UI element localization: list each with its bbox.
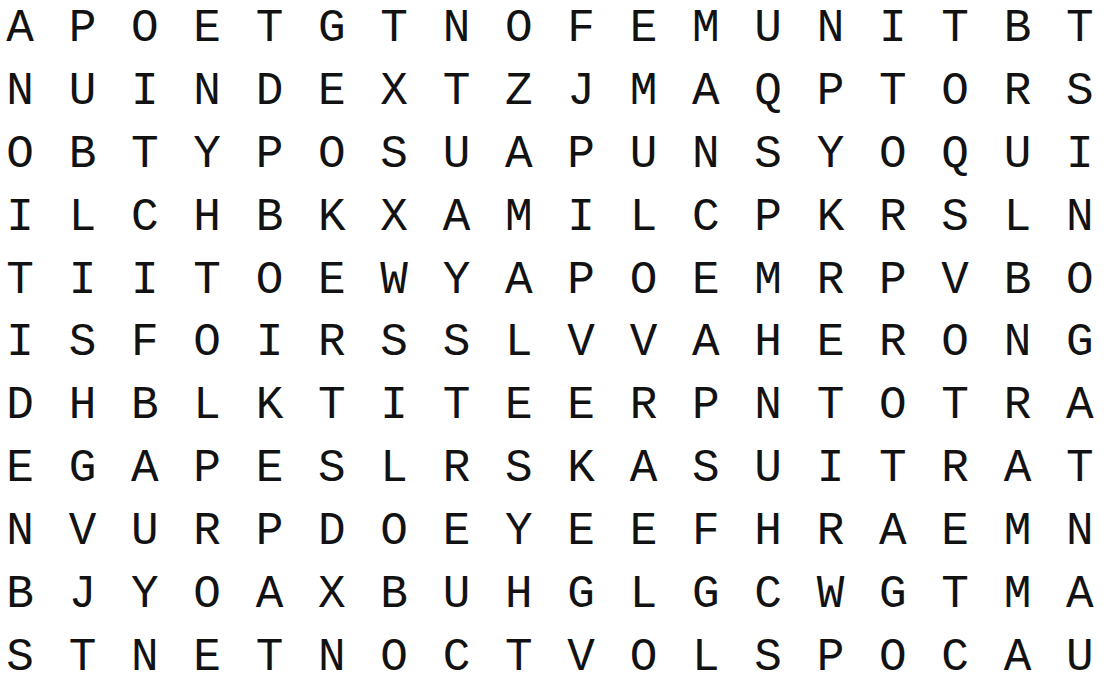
letter-cell[interactable]: P: [550, 249, 612, 312]
letter-cell[interactable]: O: [301, 124, 363, 187]
letter-cell[interactable]: C: [114, 186, 176, 249]
letter-cell[interactable]: N: [737, 375, 799, 438]
letter-cell[interactable]: C: [675, 186, 737, 249]
letter-cell[interactable]: U: [425, 563, 487, 626]
letter-cell[interactable]: M: [612, 61, 674, 124]
letter-cell[interactable]: O: [924, 61, 986, 124]
letter-cell[interactable]: M: [986, 563, 1048, 626]
letter-cell[interactable]: O: [924, 312, 986, 375]
letter-cell[interactable]: O: [176, 312, 238, 375]
letter-cell[interactable]: B: [0, 563, 51, 626]
letter-cell[interactable]: T: [862, 438, 924, 501]
letter-cell[interactable]: N: [0, 61, 51, 124]
letter-cell[interactable]: E: [550, 375, 612, 438]
letter-cell[interactable]: Q: [924, 124, 986, 187]
letter-cell[interactable]: U: [425, 124, 487, 187]
letter-cell[interactable]: I: [862, 0, 924, 61]
letter-cell[interactable]: P: [51, 0, 113, 61]
letter-cell[interactable]: R: [612, 375, 674, 438]
letter-cell[interactable]: R: [862, 186, 924, 249]
letter-cell[interactable]: E: [301, 249, 363, 312]
letter-cell[interactable]: M: [737, 249, 799, 312]
letter-cell[interactable]: A: [1049, 563, 1111, 626]
letter-cell[interactable]: D: [238, 61, 300, 124]
letter-cell[interactable]: L: [986, 186, 1048, 249]
letter-cell[interactable]: U: [737, 0, 799, 61]
letter-cell[interactable]: P: [176, 438, 238, 501]
letter-cell[interactable]: C: [425, 626, 487, 687]
letter-cell[interactable]: N: [0, 501, 51, 564]
letter-cell[interactable]: T: [301, 375, 363, 438]
letter-cell[interactable]: O: [176, 563, 238, 626]
letter-cell[interactable]: N: [1049, 186, 1111, 249]
letter-cell[interactable]: J: [51, 563, 113, 626]
letter-cell[interactable]: B: [51, 124, 113, 187]
letter-cell[interactable]: N: [176, 61, 238, 124]
word-search-grid: APOETGTNOFEMUNITBTNUINDEXTZJMAQPTORSOBTY…: [0, 0, 1111, 687]
letter-cell[interactable]: S: [363, 312, 425, 375]
letter-cell[interactable]: I: [0, 312, 51, 375]
letter-cell[interactable]: R: [799, 501, 861, 564]
letter-cell[interactable]: G: [301, 0, 363, 61]
letter-cell[interactable]: T: [924, 375, 986, 438]
letter-cell[interactable]: P: [737, 186, 799, 249]
letter-cell[interactable]: O: [862, 375, 924, 438]
letter-cell[interactable]: I: [114, 61, 176, 124]
letter-cell[interactable]: O: [862, 124, 924, 187]
letter-cell[interactable]: Q: [737, 61, 799, 124]
letter-cell[interactable]: S: [363, 124, 425, 187]
letter-cell[interactable]: G: [1049, 312, 1111, 375]
letter-cell[interactable]: A: [0, 0, 51, 61]
letter-cell[interactable]: K: [238, 375, 300, 438]
letter-cell[interactable]: N: [1049, 501, 1111, 564]
letter-cell[interactable]: E: [425, 501, 487, 564]
letter-cell[interactable]: J: [550, 61, 612, 124]
letter-cell[interactable]: E: [612, 0, 674, 61]
letter-cell[interactable]: V: [550, 626, 612, 687]
letter-cell[interactable]: H: [51, 375, 113, 438]
letter-cell[interactable]: R: [986, 61, 1048, 124]
letter-cell[interactable]: T: [51, 626, 113, 687]
letter-cell[interactable]: K: [301, 186, 363, 249]
letter-cell[interactable]: I: [363, 375, 425, 438]
letter-cell[interactable]: D: [301, 501, 363, 564]
letter-cell[interactable]: B: [986, 0, 1048, 61]
letter-cell[interactable]: Y: [114, 563, 176, 626]
letter-cell[interactable]: S: [675, 438, 737, 501]
letter-cell[interactable]: G: [675, 563, 737, 626]
letter-cell[interactable]: T: [799, 375, 861, 438]
letter-cell[interactable]: T: [862, 61, 924, 124]
letter-cell[interactable]: F: [550, 0, 612, 61]
letter-cell[interactable]: E: [799, 312, 861, 375]
letter-cell[interactable]: R: [986, 375, 1048, 438]
letter-cell[interactable]: B: [986, 249, 1048, 312]
letter-cell[interactable]: Y: [425, 249, 487, 312]
letter-cell[interactable]: T: [238, 626, 300, 687]
letter-cell[interactable]: B: [363, 563, 425, 626]
letter-cell[interactable]: A: [425, 186, 487, 249]
letter-cell[interactable]: T: [488, 626, 550, 687]
letter-cell[interactable]: I: [1049, 124, 1111, 187]
letter-cell[interactable]: S: [51, 312, 113, 375]
letter-cell[interactable]: L: [612, 563, 674, 626]
letter-cell[interactable]: F: [675, 501, 737, 564]
letter-cell[interactable]: H: [488, 563, 550, 626]
letter-cell[interactable]: E: [176, 0, 238, 61]
letter-cell[interactable]: T: [924, 0, 986, 61]
letter-cell[interactable]: E: [238, 438, 300, 501]
letter-cell[interactable]: Y: [799, 124, 861, 187]
letter-cell[interactable]: Y: [176, 124, 238, 187]
letter-cell[interactable]: E: [612, 501, 674, 564]
letter-cell[interactable]: S: [301, 438, 363, 501]
letter-cell[interactable]: E: [924, 501, 986, 564]
letter-cell[interactable]: H: [176, 186, 238, 249]
letter-cell[interactable]: E: [301, 61, 363, 124]
letter-cell[interactable]: H: [737, 501, 799, 564]
letter-cell[interactable]: A: [986, 438, 1048, 501]
letter-cell[interactable]: O: [363, 626, 425, 687]
letter-cell[interactable]: A: [238, 563, 300, 626]
letter-cell[interactable]: U: [612, 124, 674, 187]
letter-cell[interactable]: Y: [488, 501, 550, 564]
letter-cell[interactable]: N: [799, 0, 861, 61]
letter-cell[interactable]: E: [176, 626, 238, 687]
letter-cell[interactable]: N: [425, 0, 487, 61]
letter-cell[interactable]: P: [862, 249, 924, 312]
letter-cell[interactable]: T: [176, 249, 238, 312]
letter-cell[interactable]: X: [301, 563, 363, 626]
letter-cell[interactable]: V: [612, 312, 674, 375]
letter-cell[interactable]: P: [238, 124, 300, 187]
letter-cell[interactable]: P: [238, 501, 300, 564]
letter-cell[interactable]: S: [737, 124, 799, 187]
letter-cell[interactable]: L: [612, 186, 674, 249]
letter-cell[interactable]: A: [675, 61, 737, 124]
letter-cell[interactable]: T: [924, 563, 986, 626]
letter-cell[interactable]: I: [238, 312, 300, 375]
letter-cell[interactable]: B: [114, 375, 176, 438]
letter-cell[interactable]: S: [0, 626, 51, 687]
letter-cell[interactable]: L: [488, 312, 550, 375]
letter-cell[interactable]: S: [924, 186, 986, 249]
letter-cell[interactable]: I: [114, 249, 176, 312]
letter-cell[interactable]: A: [1049, 375, 1111, 438]
letter-cell[interactable]: R: [301, 312, 363, 375]
letter-cell[interactable]: W: [363, 249, 425, 312]
letter-cell[interactable]: I: [51, 249, 113, 312]
letter-cell[interactable]: M: [488, 186, 550, 249]
letter-cell[interactable]: N: [114, 626, 176, 687]
letter-cell[interactable]: O: [238, 249, 300, 312]
letter-cell[interactable]: T: [363, 0, 425, 61]
letter-cell[interactable]: O: [612, 249, 674, 312]
letter-cell[interactable]: D: [0, 375, 51, 438]
letter-cell[interactable]: W: [799, 563, 861, 626]
letter-cell[interactable]: P: [550, 124, 612, 187]
letter-cell[interactable]: U: [737, 438, 799, 501]
letter-cell[interactable]: X: [363, 61, 425, 124]
letter-cell[interactable]: O: [612, 626, 674, 687]
letter-cell[interactable]: S: [737, 626, 799, 687]
letter-cell[interactable]: F: [114, 312, 176, 375]
letter-cell[interactable]: I: [799, 438, 861, 501]
letter-cell[interactable]: T: [1049, 0, 1111, 61]
letter-cell[interactable]: A: [862, 501, 924, 564]
letter-cell[interactable]: K: [799, 186, 861, 249]
letter-cell[interactable]: R: [799, 249, 861, 312]
letter-cell[interactable]: U: [1049, 626, 1111, 687]
letter-cell[interactable]: A: [612, 438, 674, 501]
letter-cell[interactable]: T: [425, 375, 487, 438]
letter-cell[interactable]: L: [675, 626, 737, 687]
letter-cell[interactable]: A: [114, 438, 176, 501]
letter-cell[interactable]: E: [0, 438, 51, 501]
letter-cell[interactable]: B: [238, 186, 300, 249]
letter-cell[interactable]: Z: [488, 61, 550, 124]
letter-cell[interactable]: E: [675, 249, 737, 312]
letter-cell[interactable]: T: [425, 61, 487, 124]
letter-cell[interactable]: H: [737, 312, 799, 375]
letter-cell[interactable]: U: [986, 124, 1048, 187]
letter-cell[interactable]: O: [363, 501, 425, 564]
letter-cell[interactable]: U: [114, 501, 176, 564]
letter-cell[interactable]: P: [799, 626, 861, 687]
letter-cell[interactable]: P: [675, 375, 737, 438]
letter-cell[interactable]: G: [51, 438, 113, 501]
letter-cell[interactable]: O: [1049, 249, 1111, 312]
letter-cell[interactable]: M: [675, 0, 737, 61]
letter-cell[interactable]: S: [488, 438, 550, 501]
letter-cell[interactable]: L: [363, 438, 425, 501]
letter-cell[interactable]: T: [0, 249, 51, 312]
letter-cell[interactable]: E: [550, 501, 612, 564]
letter-cell[interactable]: I: [550, 186, 612, 249]
letter-cell[interactable]: E: [488, 375, 550, 438]
letter-cell[interactable]: O: [114, 0, 176, 61]
letter-cell[interactable]: N: [986, 312, 1048, 375]
letter-cell[interactable]: A: [986, 626, 1048, 687]
letter-cell[interactable]: P: [799, 61, 861, 124]
letter-cell[interactable]: S: [1049, 61, 1111, 124]
letter-cell[interactable]: O: [488, 0, 550, 61]
letter-cell[interactable]: V: [924, 249, 986, 312]
letter-cell[interactable]: V: [51, 501, 113, 564]
letter-cell[interactable]: A: [488, 249, 550, 312]
letter-cell[interactable]: G: [862, 563, 924, 626]
letter-cell[interactable]: X: [363, 186, 425, 249]
letter-cell[interactable]: K: [550, 438, 612, 501]
letter-cell[interactable]: N: [301, 626, 363, 687]
letter-cell[interactable]: V: [550, 312, 612, 375]
letter-cell[interactable]: O: [0, 124, 51, 187]
letter-cell[interactable]: M: [986, 501, 1048, 564]
letter-cell[interactable]: R: [862, 312, 924, 375]
letter-cell[interactable]: A: [675, 312, 737, 375]
letter-cell[interactable]: U: [51, 61, 113, 124]
letter-cell[interactable]: G: [550, 563, 612, 626]
letter-cell[interactable]: T: [114, 124, 176, 187]
letter-cell[interactable]: C: [737, 563, 799, 626]
letter-cell[interactable]: C: [924, 626, 986, 687]
letter-cell[interactable]: S: [425, 312, 487, 375]
letter-cell[interactable]: I: [0, 186, 51, 249]
letter-cell[interactable]: N: [675, 124, 737, 187]
letter-cell[interactable]: R: [176, 501, 238, 564]
letter-cell[interactable]: R: [425, 438, 487, 501]
letter-cell[interactable]: T: [238, 0, 300, 61]
letter-cell[interactable]: R: [924, 438, 986, 501]
letter-cell[interactable]: O: [862, 626, 924, 687]
letter-cell[interactable]: A: [488, 124, 550, 187]
letter-cell[interactable]: L: [51, 186, 113, 249]
letter-cell[interactable]: T: [1049, 438, 1111, 501]
letter-cell[interactable]: L: [176, 375, 238, 438]
